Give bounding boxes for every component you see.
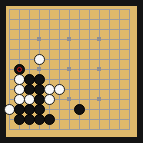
white-stone (14, 74, 25, 85)
white-stone (54, 84, 65, 95)
black-stone (34, 84, 45, 95)
grid-line-vertical (119, 9, 120, 130)
black-stone (44, 114, 55, 125)
goban[interactable] (6, 6, 137, 137)
grid-line-vertical (109, 9, 110, 130)
white-stone (44, 84, 55, 95)
star-point (67, 67, 71, 71)
black-stone (14, 104, 25, 115)
last-move-red-circle-marker (17, 67, 22, 72)
white-stone (34, 54, 45, 65)
star-point (97, 67, 101, 71)
star-point (37, 37, 41, 41)
grid-line-vertical (129, 9, 130, 130)
black-stone (34, 94, 45, 105)
white-stone (4, 104, 15, 115)
white-stone (24, 94, 35, 105)
black-stone (24, 114, 35, 125)
board-frame (0, 0, 143, 143)
white-stone (44, 94, 55, 105)
star-point (97, 37, 101, 41)
star-point (37, 67, 41, 71)
white-stone (14, 84, 25, 95)
black-stone (34, 114, 45, 125)
black-stone (14, 114, 25, 125)
black-stone (74, 104, 85, 115)
black-stone (14, 64, 25, 75)
black-stone (24, 74, 35, 85)
grid-line-horizontal (9, 129, 130, 130)
black-stone (34, 104, 45, 115)
star-point (97, 97, 101, 101)
white-stone (14, 94, 25, 105)
grid-line-vertical (89, 9, 90, 130)
star-point (67, 97, 71, 101)
black-stone (34, 74, 45, 85)
black-stone (24, 84, 35, 95)
star-point (67, 37, 71, 41)
black-stone (24, 104, 35, 115)
